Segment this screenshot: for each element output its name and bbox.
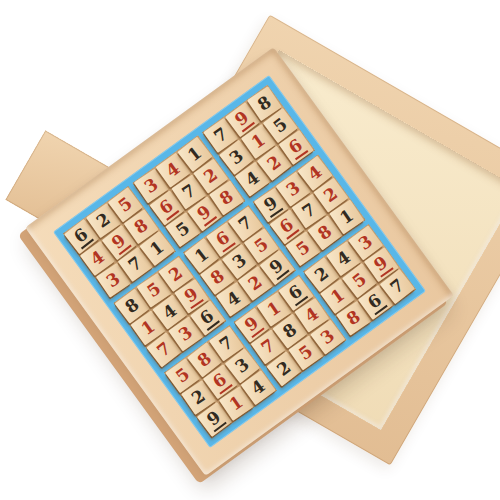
tile-digit: 1 bbox=[146, 237, 167, 259]
tile-digit: 6 bbox=[284, 281, 309, 306]
tile-digit: 3 bbox=[226, 146, 247, 168]
tile-digit: 1 bbox=[138, 317, 159, 339]
tile-digit: 9 bbox=[369, 252, 393, 277]
tile-digit: 4 bbox=[162, 159, 183, 181]
tile-digit: 7 bbox=[216, 333, 237, 355]
tile-digit: 8 bbox=[343, 307, 364, 329]
tile-digit: 9 bbox=[107, 230, 132, 256]
product-photo-scene: 6254983713416725987983154268521497361678… bbox=[0, 0, 500, 500]
tile-digit: 3 bbox=[355, 232, 376, 254]
tile-digit: 8 bbox=[207, 266, 228, 288]
tile-digit: 4 bbox=[248, 377, 269, 399]
tile-digit: 5 bbox=[349, 270, 370, 292]
tile-digit: 5 bbox=[251, 235, 272, 257]
tile-digit: 1 bbox=[264, 298, 285, 320]
tile-digit: 8 bbox=[314, 222, 335, 244]
tile-digit: 3 bbox=[103, 269, 124, 291]
tile-digit: 2 bbox=[311, 264, 332, 286]
tile-digit: 8 bbox=[131, 216, 152, 238]
tile-digit: 4 bbox=[159, 301, 180, 323]
tile-digit: 6 bbox=[195, 305, 220, 331]
tile-digit: 2 bbox=[165, 263, 186, 285]
tile-digit: 3 bbox=[229, 251, 250, 273]
tile-digit: 1 bbox=[248, 130, 269, 152]
tile-digit: 9 bbox=[180, 283, 204, 308]
tile-digit: 5 bbox=[172, 219, 193, 241]
tile-digit: 5 bbox=[172, 365, 193, 387]
tile-digit: 9 bbox=[192, 201, 217, 227]
tile-digit: 4 bbox=[242, 168, 263, 190]
tile-digit: 5 bbox=[270, 115, 291, 137]
tile-digit: 2 bbox=[320, 184, 341, 206]
tile-digit: 7 bbox=[125, 253, 146, 275]
tile-digit: 2 bbox=[200, 165, 221, 187]
tile-digit: 9 bbox=[202, 407, 227, 433]
tile-digit: 2 bbox=[93, 210, 114, 232]
tile-digit: 3 bbox=[232, 355, 253, 377]
tile-digit: 8 bbox=[194, 349, 215, 371]
tile-digit: 6 bbox=[69, 224, 94, 250]
tile-digit: 9 bbox=[259, 192, 283, 217]
tile-digit: 9 bbox=[230, 107, 255, 133]
tile-digit: 4 bbox=[223, 288, 244, 310]
tile-digit: 5 bbox=[293, 238, 314, 260]
tile-digit: 2 bbox=[188, 387, 209, 409]
tile-digit: 8 bbox=[279, 320, 300, 342]
tile-digit: 2 bbox=[264, 152, 285, 174]
tile-digit: 3 bbox=[283, 178, 304, 200]
tile-digit: 9 bbox=[240, 312, 265, 338]
tile-digit: 2 bbox=[273, 358, 294, 380]
tile-digit: 6 bbox=[208, 369, 233, 394]
tile-digit: 7 bbox=[210, 124, 231, 146]
tile-digit: 1 bbox=[191, 245, 212, 267]
tile-digit: 6 bbox=[363, 290, 388, 315]
tile-digit: 4 bbox=[304, 162, 325, 184]
tile-digit: 7 bbox=[299, 200, 320, 222]
tile-digit: 8 bbox=[254, 93, 275, 115]
tile-digit: 6 bbox=[275, 214, 300, 240]
tile-digit: 6 bbox=[284, 135, 308, 160]
tile-digit: 4 bbox=[301, 304, 322, 326]
tile-digit: 7 bbox=[258, 336, 279, 358]
tile-digit: 3 bbox=[141, 175, 162, 197]
tile-digit: 7 bbox=[387, 276, 408, 298]
tile-digit: 8 bbox=[122, 295, 143, 317]
tile-digit: 1 bbox=[336, 206, 357, 228]
tile-digit: 2 bbox=[245, 272, 266, 294]
tile-digit: 7 bbox=[235, 213, 256, 235]
tile-digit: 7 bbox=[178, 181, 199, 203]
tile-digit: 5 bbox=[144, 279, 165, 301]
tile-digit: 1 bbox=[327, 285, 348, 307]
tile-digit: 7 bbox=[153, 339, 174, 361]
tile-digit: 6 bbox=[155, 195, 180, 221]
tile-digit: 8 bbox=[216, 187, 237, 209]
tile-digit: 5 bbox=[115, 194, 136, 216]
tile-digit: 9 bbox=[265, 255, 290, 281]
tile-digit: 4 bbox=[87, 247, 108, 269]
tile-digit: 1 bbox=[226, 393, 247, 415]
tile-digit: 4 bbox=[333, 248, 354, 270]
tile-digit: 5 bbox=[295, 342, 316, 364]
tile-digit: 3 bbox=[175, 323, 196, 345]
tile-digit: 3 bbox=[317, 326, 338, 348]
tile-digit: 6 bbox=[211, 227, 235, 252]
tile-digit: 1 bbox=[184, 143, 205, 165]
